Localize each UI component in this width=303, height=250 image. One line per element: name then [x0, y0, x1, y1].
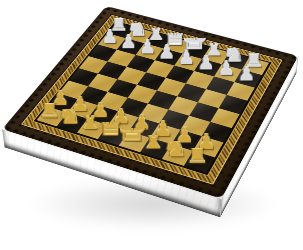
scene: ♜♞♝♛♚♝♞♜♟♟♟♟♟♟♟♟♟♟♟♟♟♟♟♟♜♞♝♛♚♝♞♜: [0, 0, 303, 250]
photo-background: ♜♞♝♛♚♝♞♜♟♟♟♟♟♟♟♟♟♟♟♟♟♟♟♟♜♞♝♛♚♝♞♜: [0, 0, 303, 250]
chess-box: ♜♞♝♛♚♝♞♜♟♟♟♟♟♟♟♟♟♟♟♟♟♟♟♟♜♞♝♛♚♝♞♜: [2, 6, 298, 199]
